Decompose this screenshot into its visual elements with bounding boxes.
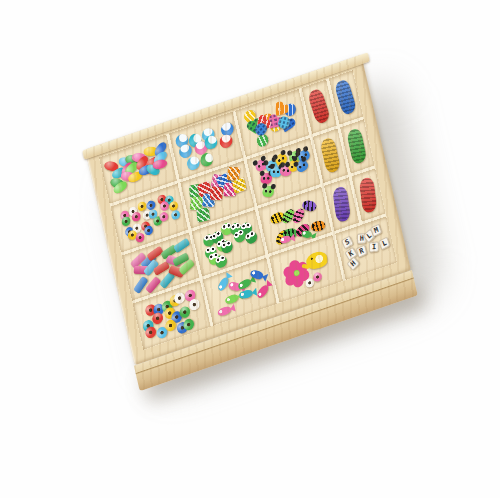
bead-fish [255,284,270,300]
bead-roundsmall [171,209,181,221]
bead-cord [334,78,358,116]
bead-letter: M [370,224,382,238]
bead-cord [359,176,378,214]
bead-heart [275,104,285,115]
bead-cylinder [173,237,190,253]
bead-fish [300,229,312,238]
bead-xsquare [197,207,211,223]
bead-letter: R [355,245,367,259]
bead-letter: L [378,236,391,250]
bead-round [189,298,201,312]
bead-letter: I [369,242,379,253]
bead-fish [237,277,253,291]
bead-cord [346,127,367,165]
bead-moon [217,132,235,151]
bead-roundsmall [121,216,131,226]
bead-cat [262,186,275,198]
bead-cylinder [133,276,149,294]
bead-elephant [305,250,329,272]
bead-cylinder [145,276,161,294]
bead-fish [217,305,232,317]
bead-cord [332,185,351,223]
bead-cord [319,136,341,174]
bead-roundsmall [132,211,142,221]
bead-cord [307,87,331,125]
bead-flower [290,266,303,280]
bead-roundsmall [312,271,323,282]
product-photo-canvas: { "note": "Not a board game - overhead p… [0,0,500,498]
bead-xsquare [209,187,223,201]
